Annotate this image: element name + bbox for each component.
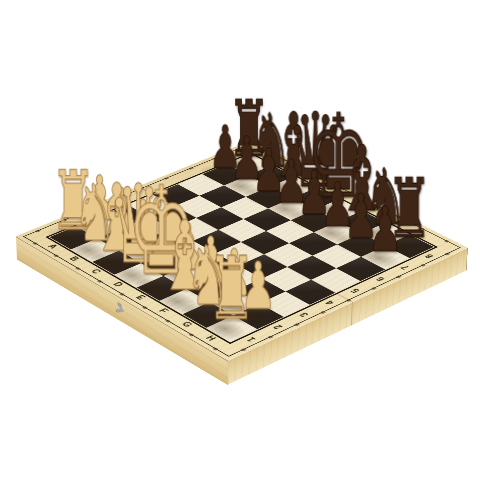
white-rook-h1: ♜	[198, 169, 266, 328]
chess-set-photo: ABCDEFGH87654321 ♜♞♝♛♚♝♞♜♟♟♟♟♟♟♟♟♟♟♟♟♟♟♟…	[0, 0, 480, 480]
pieces-layer: ♜♞♝♛♚♝♞♜♟♟♟♟♟♟♟♟♟♟♟♟♟♟♟♟♜♞♝♛♚♝♞♜	[16, 140, 468, 361]
black-pawn-h7: ♟	[353, 106, 418, 258]
chessboard: ABCDEFGH87654321 ♜♞♝♛♚♝♞♜♟♟♟♟♟♟♟♟♟♟♟♟♟♟♟…	[16, 140, 468, 361]
